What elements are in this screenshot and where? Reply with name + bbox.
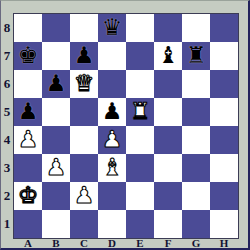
square-a1[interactable] [14, 210, 42, 238]
black-queen[interactable]: ♛ [102, 13, 123, 41]
square-b1[interactable] [42, 210, 70, 238]
file-label-f: F [154, 237, 182, 249]
square-h7[interactable] [210, 42, 238, 70]
square-g7[interactable]: ♜ [182, 42, 210, 70]
file-label-e: E [126, 237, 154, 249]
square-e1[interactable] [126, 210, 154, 238]
square-h1[interactable] [210, 210, 238, 238]
square-g4[interactable] [182, 126, 210, 154]
square-d7[interactable] [98, 42, 126, 70]
square-a8[interactable] [14, 14, 42, 42]
square-c8[interactable] [70, 14, 98, 42]
square-f1[interactable] [154, 210, 182, 238]
square-a3[interactable] [14, 154, 42, 182]
white-pawn[interactable]: ♟ [74, 181, 95, 209]
square-c1[interactable] [70, 210, 98, 238]
square-a2[interactable]: ♚ [14, 182, 42, 210]
black-pawn[interactable]: ♟ [74, 41, 95, 69]
square-f3[interactable] [154, 154, 182, 182]
square-c4[interactable] [70, 126, 98, 154]
square-b5[interactable] [42, 98, 70, 126]
square-a4[interactable]: ♟ [14, 126, 42, 154]
square-e6[interactable] [126, 70, 154, 98]
square-e4[interactable] [126, 126, 154, 154]
square-g8[interactable] [182, 14, 210, 42]
square-c3[interactable] [70, 154, 98, 182]
square-c7[interactable]: ♟ [70, 42, 98, 70]
square-h3[interactable] [210, 154, 238, 182]
black-pawn[interactable]: ♟ [18, 97, 39, 125]
square-d2[interactable] [98, 182, 126, 210]
square-c2[interactable]: ♟ [70, 182, 98, 210]
square-e7[interactable] [126, 42, 154, 70]
black-rook[interactable]: ♜ [186, 41, 207, 69]
square-d3[interactable]: ♝ [98, 154, 126, 182]
white-rook[interactable]: ♜ [130, 97, 151, 125]
square-b3[interactable]: ♟ [42, 154, 70, 182]
square-d4[interactable]: ♟ [98, 126, 126, 154]
square-b6[interactable]: ♟ [42, 70, 70, 98]
square-c5[interactable] [70, 98, 98, 126]
white-queen[interactable]: ♛ [74, 69, 95, 97]
square-e3[interactable] [126, 154, 154, 182]
white-king[interactable]: ♚ [18, 181, 39, 209]
square-a5[interactable]: ♟ [14, 98, 42, 126]
square-h8[interactable] [210, 14, 238, 42]
rank-label-8: 8 [1, 14, 13, 42]
square-a6[interactable] [14, 70, 42, 98]
file-label-g: G [182, 237, 210, 249]
black-pawn[interactable]: ♟ [46, 69, 67, 97]
square-d1[interactable] [98, 210, 126, 238]
square-g5[interactable] [182, 98, 210, 126]
square-f4[interactable] [154, 126, 182, 154]
file-label-b: B [42, 237, 70, 249]
square-g2[interactable] [182, 182, 210, 210]
square-f7[interactable]: ♝ [154, 42, 182, 70]
chess-board-diagram: 87654321 ♛♚♟♝♜♟♛♟♟♜♟♟♟♝♚♟ ABCDEFGH [0, 0, 250, 250]
square-c6[interactable]: ♛ [70, 70, 98, 98]
square-h2[interactable] [210, 182, 238, 210]
file-label-h: H [210, 237, 238, 249]
square-b7[interactable] [42, 42, 70, 70]
file-labels: ABCDEFGH [14, 237, 238, 249]
rank-label-6: 6 [1, 70, 13, 98]
black-bishop[interactable]: ♝ [158, 41, 179, 69]
square-h4[interactable] [210, 126, 238, 154]
square-f2[interactable] [154, 182, 182, 210]
board-grid[interactable]: ♛♚♟♝♜♟♛♟♟♜♟♟♟♝♚♟ [13, 13, 239, 239]
square-e5[interactable]: ♜ [126, 98, 154, 126]
square-f5[interactable] [154, 98, 182, 126]
square-g6[interactable] [182, 70, 210, 98]
white-pawn[interactable]: ♟ [46, 153, 67, 181]
rank-label-7: 7 [1, 42, 13, 70]
rank-label-2: 2 [1, 182, 13, 210]
rank-label-3: 3 [1, 154, 13, 182]
square-f8[interactable] [154, 14, 182, 42]
rank-labels: 87654321 [1, 14, 13, 238]
square-a7[interactable]: ♚ [14, 42, 42, 70]
rank-label-5: 5 [1, 98, 13, 126]
square-d5[interactable]: ♟ [98, 98, 126, 126]
square-h5[interactable] [210, 98, 238, 126]
white-pawn[interactable]: ♟ [102, 125, 123, 153]
file-label-c: C [70, 237, 98, 249]
square-b4[interactable] [42, 126, 70, 154]
black-king[interactable]: ♚ [18, 41, 39, 69]
square-e8[interactable] [126, 14, 154, 42]
black-pawn[interactable]: ♟ [102, 97, 123, 125]
square-g1[interactable] [182, 210, 210, 238]
white-bishop[interactable]: ♝ [102, 153, 123, 181]
square-b8[interactable] [42, 14, 70, 42]
rank-label-4: 4 [1, 126, 13, 154]
square-e2[interactable] [126, 182, 154, 210]
square-h6[interactable] [210, 70, 238, 98]
white-pawn[interactable]: ♟ [18, 125, 39, 153]
square-b2[interactable] [42, 182, 70, 210]
rank-label-1: 1 [1, 210, 13, 238]
file-label-d: D [98, 237, 126, 249]
square-f6[interactable] [154, 70, 182, 98]
file-label-a: A [14, 237, 42, 249]
square-g3[interactable] [182, 154, 210, 182]
square-d8[interactable]: ♛ [98, 14, 126, 42]
square-d6[interactable] [98, 70, 126, 98]
